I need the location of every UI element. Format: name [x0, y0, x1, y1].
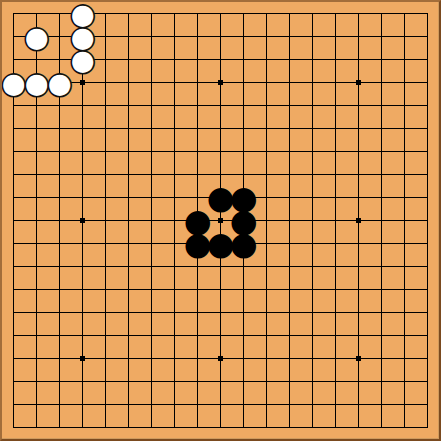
white-stone: ● [71, 48, 94, 71]
black-stone: ● [209, 232, 232, 255]
stone-grid: ●●●●●●●●●●●●●● [2, 2, 439, 439]
black-stone: ● [232, 232, 255, 255]
white-stone: ● [25, 71, 48, 94]
black-stone: ● [186, 232, 209, 255]
white-stone: ● [2, 71, 25, 94]
black-stone: ● [209, 186, 232, 209]
white-stone: ● [25, 25, 48, 48]
go-board[interactable]: ●●●●●●●●●●●●●● [0, 0, 441, 441]
white-stone: ● [48, 71, 71, 94]
